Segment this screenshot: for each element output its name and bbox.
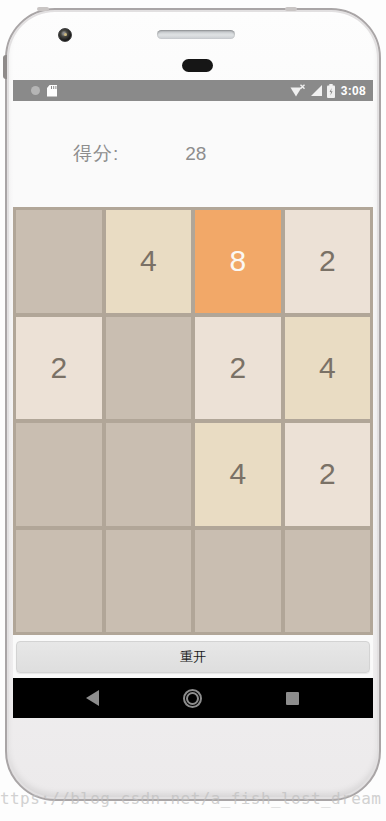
earpiece-speaker (157, 30, 235, 39)
watermark-url: https://blog.csdn.net/a_fish_lost_dream (0, 789, 381, 808)
antenna-line-left (37, 7, 49, 11)
empty-cell (195, 530, 281, 633)
phone-frame: 3:08 得分: 28 48222442 重开 (5, 8, 381, 801)
cell-signal-icon (310, 84, 323, 97)
tile-2: 2 (195, 317, 281, 420)
score-label: 得分: (73, 141, 119, 167)
earpiece-pill (182, 59, 213, 72)
empty-cell (285, 530, 371, 633)
empty-cell (106, 530, 192, 633)
status-left-icons (31, 85, 57, 97)
empty-cell (106, 423, 192, 526)
button-row: 重开 (13, 641, 373, 673)
empty-cell (16, 210, 102, 313)
status-bar: 3:08 (13, 80, 373, 101)
empty-cell (106, 317, 192, 420)
wifi-off-icon (290, 84, 306, 97)
nav-recents-button[interactable] (270, 678, 314, 718)
screen: 3:08 得分: 28 48222442 重开 (13, 80, 373, 718)
back-icon (86, 690, 99, 706)
tile-2: 2 (285, 423, 371, 526)
tile-8: 8 (195, 210, 281, 313)
front-camera (58, 28, 72, 42)
recents-icon (286, 692, 299, 705)
tile-2: 2 (16, 317, 102, 420)
empty-cell (16, 530, 102, 633)
clock: 3:08 (341, 84, 366, 98)
status-right-icons: 3:08 (290, 84, 366, 98)
sd-card-icon (47, 85, 57, 97)
camera-lens-dot (64, 33, 67, 36)
android-nav-bar (13, 678, 373, 718)
tile-4: 4 (106, 210, 192, 313)
tile-4: 4 (195, 423, 281, 526)
home-icon (183, 689, 202, 708)
tile-4: 4 (285, 317, 371, 420)
score-value: 28 (185, 143, 206, 165)
empty-cell (16, 423, 102, 526)
restart-button[interactable]: 重开 (16, 641, 370, 673)
notification-dot-icon (31, 86, 40, 95)
nav-back-button[interactable] (70, 678, 114, 718)
tile-2: 2 (285, 210, 371, 313)
score-row: 得分: 28 (13, 101, 373, 207)
page: https://blog.csdn.net/a_fish_lost_dream (0, 0, 386, 821)
battery-charging-icon (327, 84, 335, 98)
nav-home-button[interactable] (170, 678, 214, 718)
antenna-line-right (285, 7, 297, 11)
game-board-2048[interactable]: 48222442 (13, 207, 373, 635)
side-button (3, 55, 7, 79)
